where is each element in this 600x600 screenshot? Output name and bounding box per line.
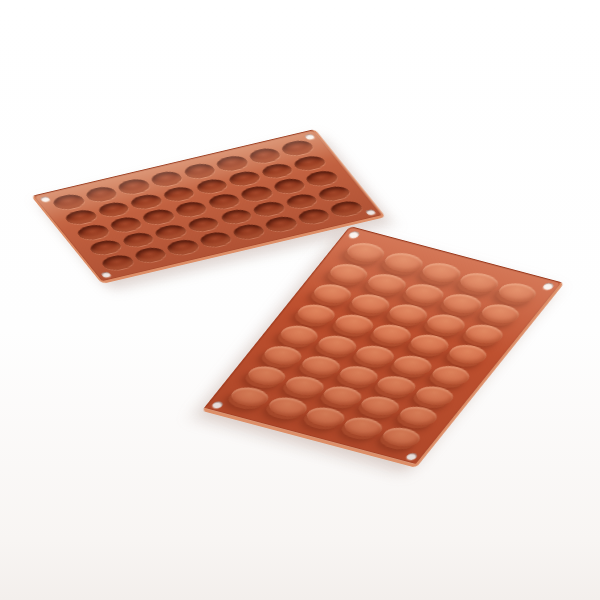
mold-bump — [385, 301, 433, 327]
mold-cavity — [303, 169, 340, 188]
mold-cavity — [160, 185, 197, 204]
mold-bump — [401, 281, 449, 307]
mold-bump — [309, 281, 357, 307]
mold-cavity — [197, 230, 234, 249]
hanging-hole — [211, 401, 225, 410]
mold-cavity — [148, 169, 185, 188]
mold-bump — [243, 363, 291, 389]
mold-bump — [259, 343, 307, 369]
mold-bump — [418, 260, 466, 286]
mold-back-view — [201, 226, 564, 468]
mold-bump — [493, 280, 541, 306]
mold-bump — [264, 394, 312, 420]
mold-cavity — [291, 154, 328, 173]
mold-bump — [226, 384, 274, 410]
mold-cavity — [74, 223, 111, 242]
mold-cavity — [152, 223, 189, 242]
hanging-hole — [405, 452, 419, 461]
mold-bump — [330, 312, 378, 338]
mold-bump — [411, 383, 459, 409]
mold-cavity — [218, 207, 255, 226]
mold-cavity — [50, 193, 87, 212]
mold-bump — [292, 302, 340, 328]
mold-cavity — [226, 169, 263, 188]
hanging-hole — [365, 209, 377, 216]
mold-bump — [373, 373, 421, 399]
mold-cavity — [271, 177, 308, 196]
mold-cavity — [127, 192, 164, 211]
mold-bump — [325, 260, 373, 286]
mold-cavity — [132, 246, 169, 265]
hanging-hole — [347, 230, 361, 239]
mold-bump — [340, 414, 388, 440]
mold-cavity — [295, 207, 332, 226]
cavity-grid — [48, 137, 367, 273]
mold-bump — [460, 321, 508, 347]
mold-bump — [318, 383, 366, 409]
mold-cavity — [213, 154, 250, 173]
mold-bump — [356, 394, 404, 420]
mold-cavity — [246, 146, 283, 165]
mold-bump — [335, 363, 383, 389]
mold-cavity — [316, 184, 353, 203]
hanging-hole — [39, 196, 51, 203]
mold-cavity — [115, 177, 152, 196]
mold-cavity — [238, 184, 275, 203]
mold-bump — [455, 270, 503, 296]
mold-bump — [281, 373, 329, 399]
mold-bump — [378, 424, 426, 450]
mold-cavity — [279, 138, 316, 157]
mold-bump — [347, 291, 395, 317]
mold-bump — [394, 404, 442, 430]
mold-cavity — [205, 192, 242, 211]
mold-bump — [368, 322, 416, 348]
mold-cavity — [87, 238, 124, 257]
mold-cavity — [230, 223, 267, 242]
mold-cavity — [193, 177, 230, 196]
mold-bump — [342, 240, 390, 266]
mold-bump — [302, 404, 350, 430]
mold-bump — [276, 322, 324, 348]
mold-cavity — [250, 200, 287, 219]
mold-bump — [427, 362, 475, 388]
mold-cavity — [258, 161, 295, 180]
hanging-hole — [542, 282, 556, 291]
mold-cavity — [95, 200, 132, 219]
mold-bump — [389, 352, 437, 378]
mold-cavity — [119, 231, 156, 250]
mold-cavity — [283, 192, 320, 211]
mold-bump — [351, 342, 399, 368]
mold-bump — [380, 250, 428, 276]
mold-cavity — [99, 254, 136, 273]
mold-cavity — [328, 200, 365, 219]
product-photo — [0, 0, 600, 600]
mold-cavity — [140, 208, 177, 227]
mold-bump — [363, 270, 411, 296]
bump-grid — [225, 239, 543, 451]
mold-bump — [477, 301, 525, 327]
mold-cavity — [185, 215, 222, 234]
mold-bump — [406, 332, 454, 358]
mold-bump — [314, 332, 362, 358]
mold-cavity — [82, 185, 119, 204]
mold-cavity — [181, 162, 218, 181]
mold-bump — [297, 353, 345, 379]
mold-cavity — [164, 238, 201, 257]
mold-bump — [444, 342, 492, 368]
mold-bump — [439, 291, 487, 317]
mold-cavity — [107, 215, 144, 234]
mold-cavity — [172, 200, 209, 219]
mold-cavity — [62, 208, 99, 227]
mold-cavity — [263, 215, 300, 234]
mold-bump — [422, 311, 470, 337]
